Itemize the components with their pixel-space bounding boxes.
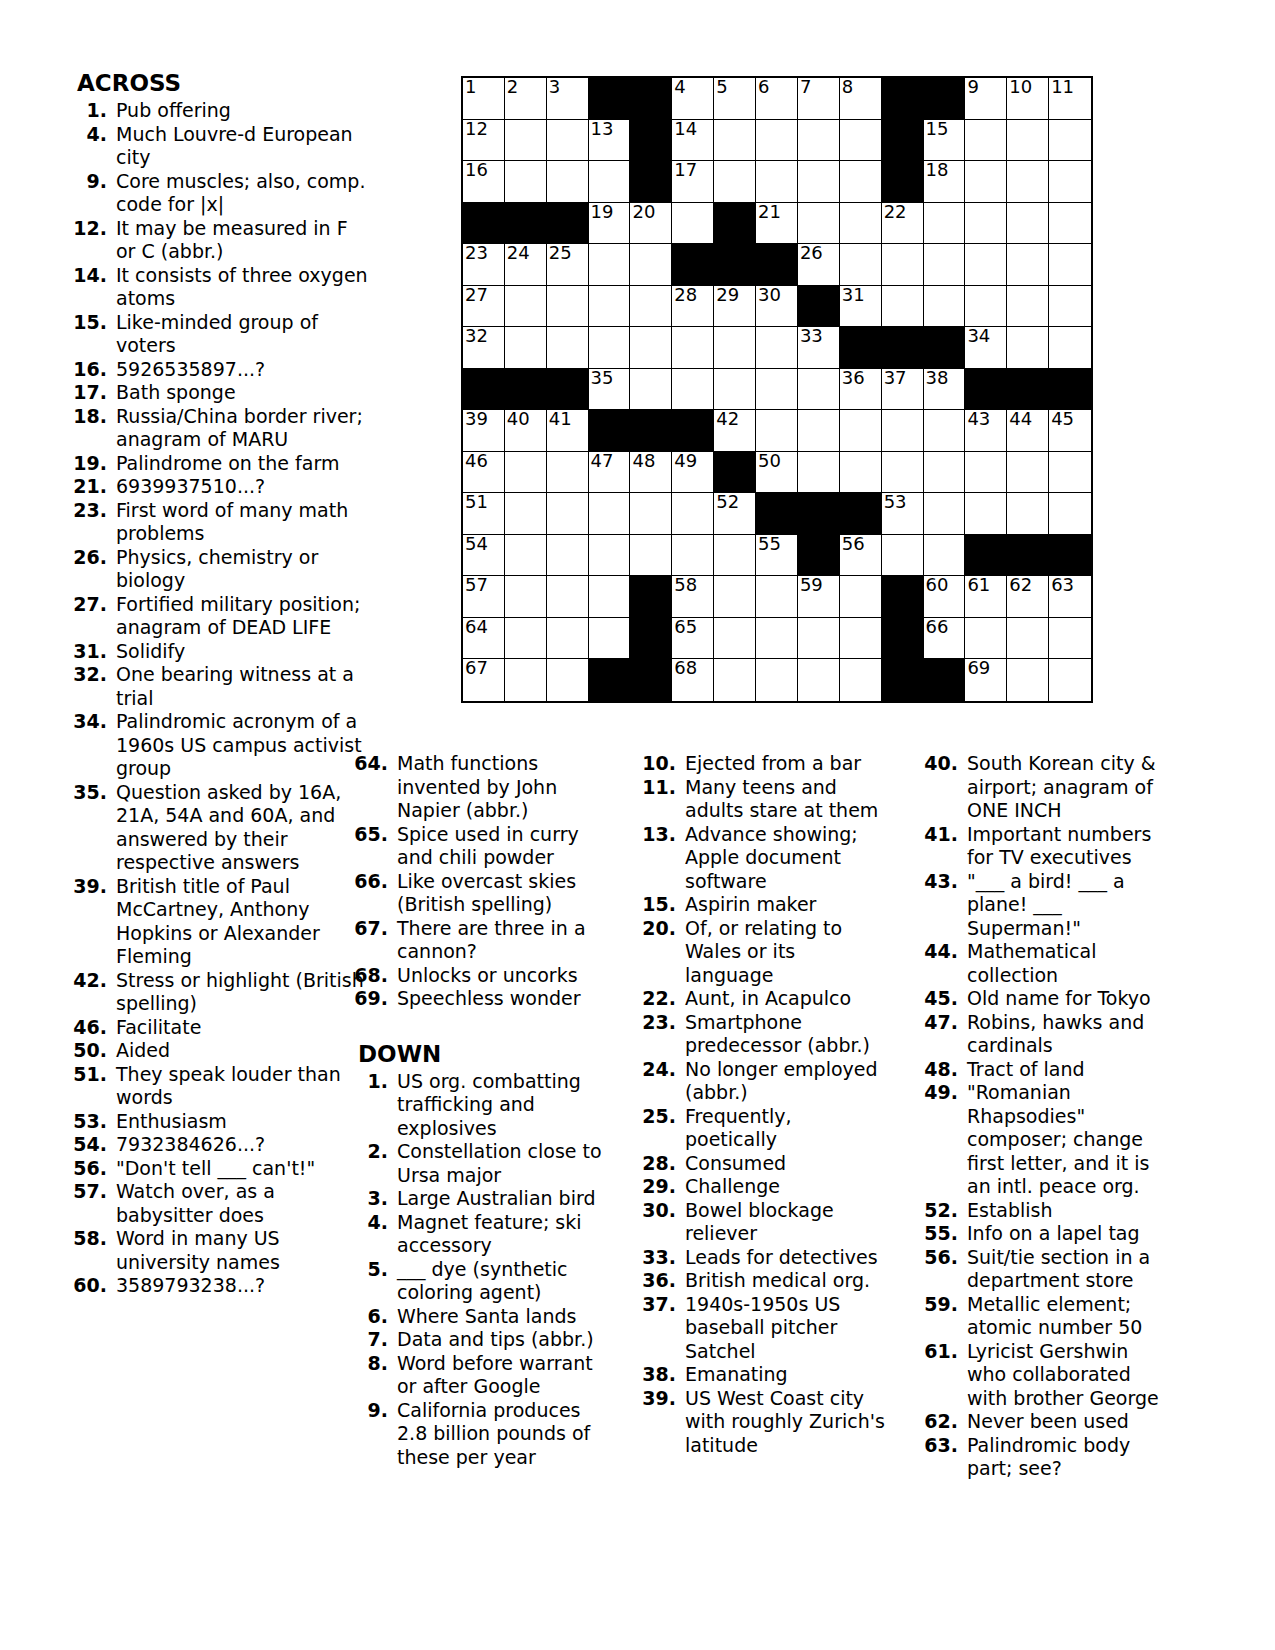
letter-cell[interactable]	[630, 327, 672, 369]
black-cell	[630, 410, 672, 452]
letter-cell[interactable]	[589, 576, 631, 618]
letter-cell[interactable]: 32	[463, 327, 505, 369]
letter-cell[interactable]	[505, 618, 547, 660]
clue-text: Info on a lapel tag	[967, 1222, 1173, 1246]
clue-number: 39.	[70, 875, 116, 899]
down-clue-list-2: 10.Ejected from a bar11.Many teens and a…	[633, 752, 886, 1457]
letter-cell[interactable]: 8	[840, 78, 882, 120]
letter-cell[interactable]	[965, 452, 1007, 494]
cell-number: 43	[967, 409, 990, 429]
letter-cell[interactable]	[965, 618, 1007, 660]
across-clue-list-2: 64.Math functions invented by John Napie…	[345, 752, 607, 1011]
letter-cell[interactable]: 39	[463, 410, 505, 452]
letter-cell[interactable]	[714, 576, 756, 618]
letter-cell[interactable]: 40	[505, 410, 547, 452]
letter-cell[interactable]	[1049, 203, 1091, 245]
letter-cell[interactable]	[1007, 244, 1049, 286]
letter-cell[interactable]: 2	[505, 78, 547, 120]
letter-cell[interactable]	[798, 618, 840, 660]
letter-cell[interactable]: 33	[798, 327, 840, 369]
letter-cell[interactable]	[924, 535, 966, 577]
letter-cell[interactable]	[714, 659, 756, 701]
letter-cell[interactable]: 22	[882, 203, 924, 245]
letter-cell[interactable]	[965, 493, 1007, 535]
letter-cell[interactable]: 5	[714, 78, 756, 120]
letter-cell[interactable]	[589, 244, 631, 286]
black-cell	[630, 576, 672, 618]
letter-cell[interactable]: 69	[965, 659, 1007, 701]
cell-number: 16	[465, 160, 488, 180]
letter-cell[interactable]	[756, 659, 798, 701]
clue-text: Of, or relating to Wales or its language	[685, 917, 886, 988]
letter-cell[interactable]	[547, 452, 589, 494]
clue: 39.British title of Paul McCartney, Anth…	[70, 875, 370, 969]
letter-cell[interactable]	[798, 203, 840, 245]
letter-cell[interactable]: 52	[714, 493, 756, 535]
letter-cell[interactable]	[840, 244, 882, 286]
clue: 49."Romanian Rhapsodies" composer; chang…	[905, 1081, 1173, 1199]
letter-cell[interactable]: 58	[672, 576, 714, 618]
letter-cell[interactable]	[798, 659, 840, 701]
letter-cell[interactable]	[714, 535, 756, 577]
black-cell	[882, 618, 924, 660]
clue-number: 37.	[633, 1293, 685, 1317]
black-cell	[882, 161, 924, 203]
letter-cell[interactable]	[840, 659, 882, 701]
letter-cell[interactable]	[505, 535, 547, 577]
letter-cell[interactable]: 60	[924, 576, 966, 618]
black-cell	[505, 369, 547, 411]
clue-text: Ejected from a bar	[685, 752, 886, 776]
letter-cell[interactable]: 53	[882, 493, 924, 535]
cell-number: 21	[758, 202, 781, 222]
letter-cell[interactable]: 50	[756, 452, 798, 494]
letter-cell[interactable]: 43	[965, 410, 1007, 452]
letter-cell[interactable]: 29	[714, 286, 756, 328]
cell-number: 6	[758, 77, 769, 97]
clue-text: Large Australian bird	[397, 1187, 607, 1211]
letter-cell[interactable]	[840, 120, 882, 162]
black-cell	[1007, 535, 1049, 577]
letter-cell[interactable]	[1049, 327, 1091, 369]
letter-cell[interactable]	[798, 410, 840, 452]
letter-cell[interactable]	[798, 120, 840, 162]
down-clue-list-1: 1.US org. combatting trafficking and exp…	[345, 1070, 607, 1470]
letter-cell[interactable]	[547, 576, 589, 618]
letter-cell[interactable]: 17	[672, 161, 714, 203]
letter-cell[interactable]: 13	[589, 120, 631, 162]
cell-number: 12	[465, 119, 488, 139]
clue-number: 9.	[70, 170, 116, 194]
clue-text: Establish	[967, 1199, 1173, 1223]
letter-cell[interactable]: 44	[1007, 410, 1049, 452]
cell-number: 51	[465, 492, 488, 512]
letter-cell[interactable]: 31	[840, 286, 882, 328]
clue: 62.Never been used	[905, 1410, 1173, 1434]
letter-cell[interactable]: 28	[672, 286, 714, 328]
black-cell	[630, 161, 672, 203]
letter-cell[interactable]: 54	[463, 535, 505, 577]
letter-cell[interactable]: 59	[798, 576, 840, 618]
letter-cell[interactable]: 12	[463, 120, 505, 162]
black-cell	[840, 493, 882, 535]
letter-cell[interactable]	[924, 203, 966, 245]
cell-number: 55	[758, 534, 781, 554]
clue-text: Aided	[116, 1039, 370, 1063]
black-cell	[965, 535, 1007, 577]
letter-cell[interactable]	[756, 576, 798, 618]
letter-cell[interactable]: 61	[965, 576, 1007, 618]
clue: 4.Much Louvre-d European city	[70, 123, 370, 170]
clue: 56.Suit/tie section in a department stor…	[905, 1246, 1173, 1293]
letter-cell[interactable]	[672, 535, 714, 577]
letter-cell[interactable]: 37	[882, 369, 924, 411]
letter-cell[interactable]: 21	[756, 203, 798, 245]
cell-number: 7	[800, 77, 811, 97]
clue-number: 24.	[633, 1058, 685, 1082]
clue-text: Many teens and adults stare at them	[685, 776, 886, 823]
clue: 53.Enthusiasm	[70, 1110, 370, 1134]
letter-cell[interactable]: 6	[756, 78, 798, 120]
cell-number: 22	[884, 202, 907, 222]
clue-text: Watch over, as a babysitter does	[116, 1180, 370, 1227]
letter-cell[interactable]: 55	[756, 535, 798, 577]
cell-number: 11	[1051, 77, 1074, 97]
clue-number: 18.	[70, 405, 116, 429]
letter-cell[interactable]: 68	[672, 659, 714, 701]
letter-cell[interactable]: 1	[463, 78, 505, 120]
cell-number: 65	[674, 617, 697, 637]
clue: 21.6939937510...?	[70, 475, 370, 499]
letter-cell[interactable]	[1007, 161, 1049, 203]
letter-cell[interactable]: 26	[798, 244, 840, 286]
letter-cell[interactable]: 7	[798, 78, 840, 120]
letter-cell[interactable]: 30	[756, 286, 798, 328]
clue-number: 13.	[633, 823, 685, 847]
letter-cell[interactable]: 36	[840, 369, 882, 411]
clue-text: US West Coast city with roughly Zurich's…	[685, 1387, 886, 1458]
letter-cell[interactable]: 47	[589, 452, 631, 494]
cell-number: 68	[674, 658, 697, 678]
letter-cell[interactable]	[589, 327, 631, 369]
letter-cell[interactable]	[1049, 286, 1091, 328]
clue-text: Leads for detectives	[685, 1246, 886, 1270]
clue-text: Stress or highlight (British spelling)	[116, 969, 370, 1016]
letter-cell[interactable]: 67	[463, 659, 505, 701]
letter-cell[interactable]: 3	[547, 78, 589, 120]
cell-number: 29	[716, 285, 739, 305]
black-cell	[589, 410, 631, 452]
letter-cell[interactable]	[756, 618, 798, 660]
letter-cell[interactable]	[714, 618, 756, 660]
letter-cell[interactable]	[630, 286, 672, 328]
cell-number: 45	[1051, 409, 1074, 429]
letter-cell[interactable]	[840, 161, 882, 203]
clue-number: 30.	[633, 1199, 685, 1223]
letter-cell[interactable]	[672, 203, 714, 245]
letter-cell[interactable]	[840, 576, 882, 618]
letter-cell[interactable]	[714, 120, 756, 162]
cell-number: 50	[758, 451, 781, 471]
letter-cell[interactable]: 46	[463, 452, 505, 494]
clue: 42.Stress or highlight (British spelling…	[70, 969, 370, 1016]
clue: 46.Facilitate	[70, 1016, 370, 1040]
letter-cell[interactable]	[714, 327, 756, 369]
clue-text: Tract of land	[967, 1058, 1173, 1082]
letter-cell[interactable]: 16	[463, 161, 505, 203]
letter-cell[interactable]: 49	[672, 452, 714, 494]
letter-cell[interactable]	[756, 120, 798, 162]
letter-cell[interactable]	[672, 369, 714, 411]
cell-number: 66	[926, 617, 949, 637]
cell-number: 23	[465, 243, 488, 263]
letter-cell[interactable]	[965, 203, 1007, 245]
letter-cell[interactable]	[547, 286, 589, 328]
letter-cell[interactable]: 42	[714, 410, 756, 452]
clue: 57.Watch over, as a babysitter does	[70, 1180, 370, 1227]
clue-number: 46.	[70, 1016, 116, 1040]
clue-text: British medical org.	[685, 1269, 886, 1293]
letter-cell[interactable]	[589, 286, 631, 328]
cell-number: 54	[465, 534, 488, 554]
letter-cell[interactable]: 14	[672, 120, 714, 162]
clue-text: Pub offering	[116, 99, 370, 123]
black-cell	[714, 203, 756, 245]
letter-cell[interactable]	[1007, 493, 1049, 535]
clue-text: Palindrome on the farm	[116, 452, 370, 476]
letter-cell[interactable]	[505, 327, 547, 369]
letter-cell[interactable]	[630, 493, 672, 535]
clue-text: 5926535897...?	[116, 358, 370, 382]
clue-text: Mathematical collection	[967, 940, 1173, 987]
clue-number: 42.	[70, 969, 116, 993]
letter-cell[interactable]: 51	[463, 493, 505, 535]
letter-cell[interactable]	[547, 618, 589, 660]
clue-number: 19.	[70, 452, 116, 476]
letter-cell[interactable]	[589, 161, 631, 203]
clue-number: 22.	[633, 987, 685, 1011]
letter-cell[interactable]	[589, 618, 631, 660]
letter-cell[interactable]	[1007, 286, 1049, 328]
letter-cell[interactable]	[840, 452, 882, 494]
letter-cell[interactable]: 34	[965, 327, 1007, 369]
letter-cell[interactable]	[882, 410, 924, 452]
letter-cell[interactable]	[547, 161, 589, 203]
letter-cell[interactable]	[840, 410, 882, 452]
letter-cell[interactable]	[714, 369, 756, 411]
letter-cell[interactable]: 10	[1007, 78, 1049, 120]
letter-cell[interactable]: 38	[924, 369, 966, 411]
cell-number: 10	[1009, 77, 1032, 97]
clue-text: Math functions invented by John Napier (…	[397, 752, 607, 823]
letter-cell[interactable]	[924, 493, 966, 535]
clue-number: 56.	[905, 1246, 967, 1270]
black-cell	[756, 244, 798, 286]
letter-cell[interactable]	[882, 286, 924, 328]
letter-cell[interactable]	[840, 203, 882, 245]
letter-cell[interactable]: 11	[1049, 78, 1091, 120]
letter-cell[interactable]: 18	[924, 161, 966, 203]
letter-cell[interactable]	[547, 327, 589, 369]
clue: 9.California produces 2.8 billion pounds…	[345, 1399, 607, 1470]
black-cell	[630, 78, 672, 120]
letter-cell[interactable]	[1007, 659, 1049, 701]
letter-cell[interactable]: 65	[672, 618, 714, 660]
letter-cell[interactable]	[505, 120, 547, 162]
letter-cell[interactable]	[756, 410, 798, 452]
clue-number: 54.	[70, 1133, 116, 1157]
letter-cell[interactable]	[924, 410, 966, 452]
letter-cell[interactable]	[882, 452, 924, 494]
letter-cell[interactable]	[1049, 120, 1091, 162]
clue-number: 62.	[905, 1410, 967, 1434]
letter-cell[interactable]: 62	[1007, 576, 1049, 618]
letter-cell[interactable]	[505, 659, 547, 701]
black-cell	[547, 203, 589, 245]
letter-cell[interactable]	[589, 493, 631, 535]
letter-cell[interactable]	[1007, 327, 1049, 369]
clue-number: 29.	[633, 1175, 685, 1199]
letter-cell[interactable]: 41	[547, 410, 589, 452]
letter-cell[interactable]	[589, 535, 631, 577]
letter-cell[interactable]	[547, 659, 589, 701]
letter-cell[interactable]	[630, 369, 672, 411]
letter-cell[interactable]: 35	[589, 369, 631, 411]
letter-cell[interactable]: 45	[1049, 410, 1091, 452]
black-cell	[463, 203, 505, 245]
letter-cell[interactable]: 66	[924, 618, 966, 660]
clue-text: Important numbers for TV executives	[967, 823, 1173, 870]
letter-cell[interactable]	[672, 493, 714, 535]
clue-number: 16.	[70, 358, 116, 382]
clue: 33.Leads for detectives	[633, 1246, 886, 1270]
clue-text: Never been used	[967, 1410, 1173, 1434]
letter-cell[interactable]	[1007, 618, 1049, 660]
cell-number: 67	[465, 658, 488, 678]
clue: 39.US West Coast city with roughly Zuric…	[633, 1387, 886, 1458]
clue-number: 58.	[70, 1227, 116, 1251]
clue-number: 6.	[345, 1305, 397, 1329]
letter-cell[interactable]	[630, 244, 672, 286]
clue: 29.Challenge	[633, 1175, 886, 1199]
clue-number: 7.	[345, 1328, 397, 1352]
letter-cell[interactable]	[798, 369, 840, 411]
letter-cell[interactable]	[1007, 120, 1049, 162]
letter-cell[interactable]: 48	[630, 452, 672, 494]
clue-number: 21.	[70, 475, 116, 499]
letter-cell[interactable]	[924, 286, 966, 328]
black-cell	[840, 327, 882, 369]
letter-cell[interactable]	[505, 286, 547, 328]
cell-number: 44	[1009, 409, 1032, 429]
letter-cell[interactable]	[547, 120, 589, 162]
letter-cell[interactable]	[1007, 452, 1049, 494]
black-cell	[924, 327, 966, 369]
letter-cell[interactable]: 25	[547, 244, 589, 286]
clue-number: 60.	[70, 1274, 116, 1298]
fourth-clues-column: 40.South Korean city & airport; anagram …	[905, 752, 1173, 1481]
letter-cell[interactable]: 4	[672, 78, 714, 120]
letter-cell[interactable]	[547, 493, 589, 535]
letter-cell[interactable]	[965, 120, 1007, 162]
cell-number: 4	[674, 77, 685, 97]
letter-cell[interactable]	[840, 618, 882, 660]
letter-cell[interactable]	[756, 369, 798, 411]
clue-number: 17.	[70, 381, 116, 405]
letter-cell[interactable]	[924, 452, 966, 494]
black-cell	[672, 244, 714, 286]
letter-cell[interactable]	[756, 161, 798, 203]
clue: 12.It may be measured in F or C (abbr.)	[70, 217, 370, 264]
clue-text: It may be measured in F or C (abbr.)	[116, 217, 370, 264]
letter-cell[interactable]: 56	[840, 535, 882, 577]
letter-cell[interactable]	[965, 286, 1007, 328]
letter-cell[interactable]: 64	[463, 618, 505, 660]
letter-cell[interactable]	[1049, 659, 1091, 701]
letter-cell[interactable]: 9	[965, 78, 1007, 120]
letter-cell[interactable]	[630, 535, 672, 577]
letter-cell[interactable]: 63	[1049, 576, 1091, 618]
letter-cell[interactable]: 20	[630, 203, 672, 245]
letter-cell[interactable]	[882, 244, 924, 286]
letter-cell[interactable]	[1049, 493, 1091, 535]
letter-cell[interactable]: 57	[463, 576, 505, 618]
letter-cell[interactable]	[1049, 618, 1091, 660]
clue: 18.Russia/China border river; anagram of…	[70, 405, 370, 452]
letter-cell[interactable]: 27	[463, 286, 505, 328]
clue-text: California produces 2.8 billion pounds o…	[397, 1399, 607, 1470]
cell-number: 27	[465, 285, 488, 305]
cell-number: 28	[674, 285, 697, 305]
cell-number: 59	[800, 575, 823, 595]
clue-number: 45.	[905, 987, 967, 1011]
clue: 25.Frequently, poetically	[633, 1105, 886, 1152]
clue: 30.Bowel blockage reliever	[633, 1199, 886, 1246]
black-cell	[714, 244, 756, 286]
letter-cell[interactable]	[505, 493, 547, 535]
letter-cell[interactable]	[798, 452, 840, 494]
clue-number: 2.	[345, 1140, 397, 1164]
letter-cell[interactable]	[505, 576, 547, 618]
letter-cell[interactable]: 23	[463, 244, 505, 286]
letter-cell[interactable]	[798, 161, 840, 203]
letter-cell[interactable]	[714, 161, 756, 203]
clue: 34.Palindromic acronym of a 1960s US cam…	[70, 710, 370, 781]
clue-number: 43.	[905, 870, 967, 894]
letter-cell[interactable]	[924, 244, 966, 286]
letter-cell[interactable]	[505, 452, 547, 494]
letter-cell[interactable]	[1007, 203, 1049, 245]
letter-cell[interactable]	[965, 161, 1007, 203]
letter-cell[interactable]: 19	[589, 203, 631, 245]
clue-number: 49.	[905, 1081, 967, 1105]
clue-text: Word before warrant or after Google	[397, 1352, 607, 1399]
letter-cell[interactable]	[672, 327, 714, 369]
letter-cell[interactable]	[1049, 161, 1091, 203]
letter-cell[interactable]	[756, 327, 798, 369]
letter-cell[interactable]: 15	[924, 120, 966, 162]
letter-cell[interactable]	[965, 244, 1007, 286]
clue-number: 36.	[633, 1269, 685, 1293]
letter-cell[interactable]	[1049, 244, 1091, 286]
clue-number: 20.	[633, 917, 685, 941]
letter-cell[interactable]	[547, 535, 589, 577]
letter-cell[interactable]	[882, 535, 924, 577]
letter-cell[interactable]	[1049, 452, 1091, 494]
clue-text: Lyricist Gershwin who collaborated with …	[967, 1340, 1173, 1411]
letter-cell[interactable]: 24	[505, 244, 547, 286]
letter-cell[interactable]	[505, 161, 547, 203]
